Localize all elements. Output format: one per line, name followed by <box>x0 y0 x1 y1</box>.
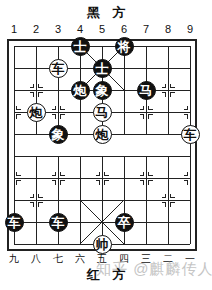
piece-black-soldier: 卒 <box>115 213 134 232</box>
piece-red-horse: 马 <box>93 103 112 122</box>
piece-red-chariot: 车 <box>181 125 200 144</box>
piece-black-advisor: 士 <box>93 59 112 78</box>
piece-black-chariot: 车 <box>49 213 68 232</box>
piece-black-general: 将 <box>115 37 134 56</box>
piece-red-cannon: 炮 <box>27 103 46 122</box>
piece-black-cannon: 炮 <box>71 81 90 100</box>
piece-black-chariot: 车 <box>5 213 24 232</box>
piece-layer: 士将车士炮象马炮马象炮车车车卒帅 <box>3 35 201 255</box>
piece-red-general: 帅 <box>93 235 112 254</box>
piece-black-elephant: 象 <box>93 81 112 100</box>
piece-black-elephant: 象 <box>49 125 68 144</box>
piece-black-advisor: 士 <box>71 37 90 56</box>
red-side-label: 红 方 <box>0 266 212 284</box>
piece-black-horse: 马 <box>137 81 156 100</box>
piece-red-cannon: 炮 <box>93 125 112 144</box>
xiangqi-diagram: 黑 方 123456789 士将车士炮象马炮马象炮车车车卒帅 知乎 @麒麟传人 … <box>0 0 212 290</box>
piece-red-chariot: 车 <box>49 59 68 78</box>
